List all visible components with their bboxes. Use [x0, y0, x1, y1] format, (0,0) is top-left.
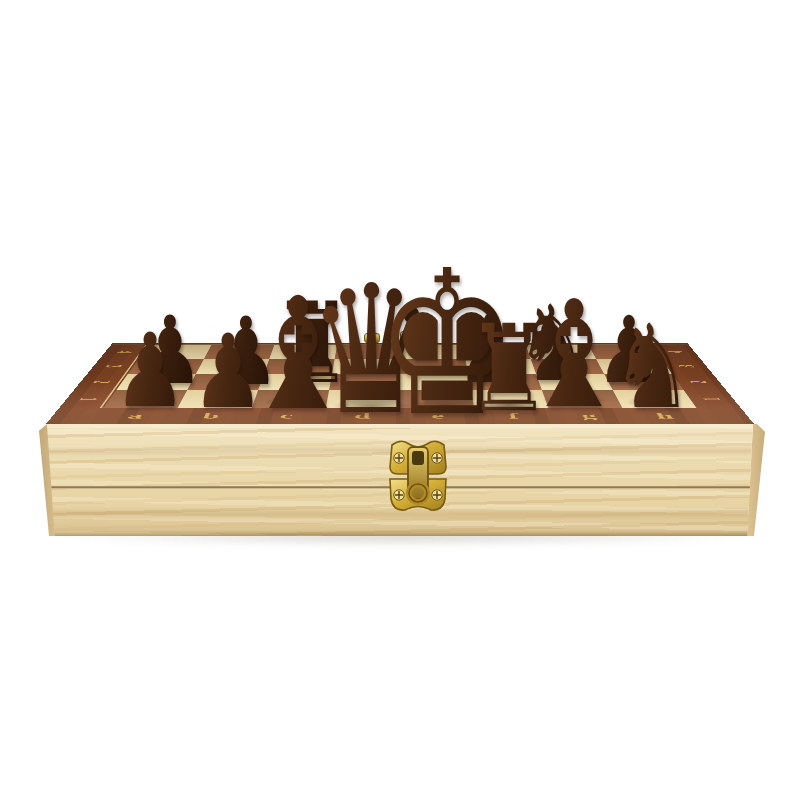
scene: abcdefgh11223344 ♟♟♜♟♞♟♟♟♝♛♚♜♝♞: [0, 0, 800, 800]
box-front-bottom-edge: [47, 530, 753, 536]
piece-h1-knight: ♞: [610, 309, 693, 425]
rank-label-1-right: 1: [696, 397, 727, 400]
rank-label-1-left: 1: [73, 397, 104, 400]
product-photo-chess-box: abcdefgh11223344 ♟♟♜♟♞♟♟♟♝♛♚♜♝♞: [0, 0, 800, 800]
rank-label-2-left: 2: [87, 380, 116, 383]
piece-a1-pawn: ♟: [113, 320, 186, 422]
